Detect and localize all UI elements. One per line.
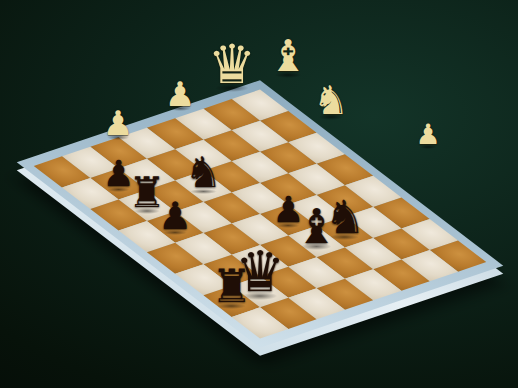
black-knight-c4[interactable]: ♞	[185, 152, 223, 194]
white-queen-offboard-3[interactable]: ♛	[208, 38, 256, 92]
white-pawn-offboard-2[interactable]: ♟	[165, 77, 195, 111]
chess-photo-scene: ♟♜♟♞♜♛♟♝♞♟♟♛♝♞♟	[0, 0, 518, 388]
white-pawn-offboard-1[interactable]: ♟	[103, 106, 133, 140]
black-bishop-f5[interactable]: ♝	[295, 202, 338, 250]
white-bishop-offboard-4[interactable]: ♝	[268, 34, 307, 78]
black-pawn-d2[interactable]: ♟	[158, 197, 192, 235]
white-knight-offboard-5[interactable]: ♞	[313, 80, 349, 120]
black-rook-g1[interactable]: ♜	[211, 263, 252, 309]
white-pawn-offboard-6[interactable]: ♟	[415, 121, 440, 149]
